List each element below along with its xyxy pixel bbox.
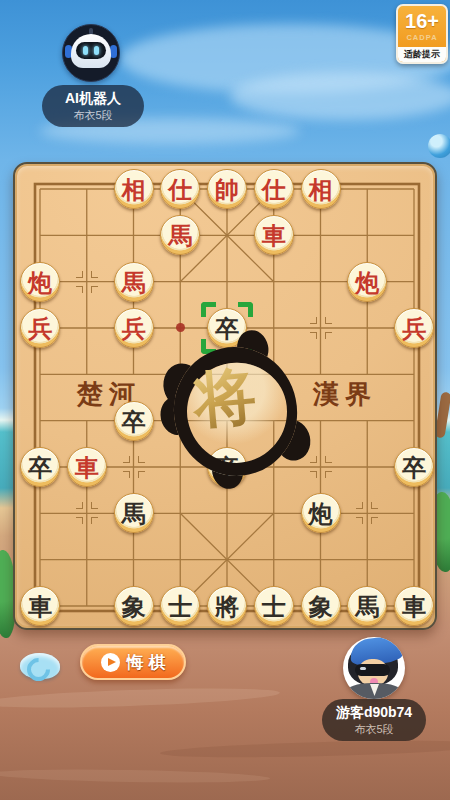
river-label-right: 漢界 bbox=[313, 377, 377, 412]
age-rating-org: CADPA bbox=[398, 33, 446, 43]
point-marker bbox=[356, 517, 363, 524]
point-marker bbox=[325, 317, 332, 324]
age-rating-value: 16+ bbox=[398, 9, 446, 33]
piece-red-兵-0-3[interactable]: 兵 bbox=[20, 308, 60, 348]
piece-black-馬-2-7[interactable]: 馬 bbox=[114, 493, 154, 533]
sand-streak bbox=[0, 685, 280, 711]
piece-black-將-4-9[interactable]: 將 bbox=[207, 586, 247, 626]
piece-red-馬-2-2[interactable]: 馬 bbox=[114, 262, 154, 302]
point-marker bbox=[325, 471, 332, 478]
ai-rank: 布衣5段 bbox=[42, 108, 144, 123]
point-marker bbox=[325, 332, 332, 339]
ai-name: AI机器人 bbox=[42, 88, 144, 108]
point-marker bbox=[91, 286, 98, 293]
piece-black-象-6-9[interactable]: 象 bbox=[301, 586, 341, 626]
point-marker bbox=[310, 317, 317, 324]
piece-black-車-0-9[interactable]: 車 bbox=[20, 586, 60, 626]
play-icon bbox=[101, 653, 120, 672]
last-move-brackets bbox=[201, 302, 253, 354]
age-rating-badge: 16+ CADPA 适龄提示 bbox=[396, 4, 448, 64]
age-rating-label: 适龄提示 bbox=[398, 47, 446, 62]
point-marker bbox=[356, 502, 363, 509]
player-name: 游客d90b74 bbox=[322, 702, 426, 722]
piece-red-車-1-6[interactable]: 車 bbox=[67, 447, 107, 487]
piece-red-兵-2-3[interactable]: 兵 bbox=[114, 308, 154, 348]
point-marker bbox=[91, 517, 98, 524]
piece-black-士-3-9[interactable]: 士 bbox=[160, 586, 200, 626]
bracket-corner bbox=[201, 302, 216, 317]
piece-black-卒-8-6[interactable]: 卒 bbox=[394, 447, 434, 487]
check-effect-character: 将 bbox=[171, 346, 279, 450]
piece-red-仕-5-0[interactable]: 仕 bbox=[254, 169, 294, 209]
piece-red-兵-8-3[interactable]: 兵 bbox=[394, 308, 434, 348]
ai-avatar[interactable] bbox=[62, 24, 120, 82]
point-marker bbox=[76, 502, 83, 509]
bracket-corner bbox=[238, 302, 253, 317]
point-marker bbox=[325, 456, 332, 463]
piece-black-車-8-9[interactable]: 車 bbox=[394, 586, 434, 626]
sky-cloud bbox=[230, 72, 450, 120]
piece-red-炮-0-2[interactable]: 炮 bbox=[20, 262, 60, 302]
beach-ball-icon bbox=[428, 134, 450, 158]
point-marker bbox=[371, 517, 378, 524]
point-marker bbox=[138, 471, 145, 478]
piece-red-車-5-1[interactable]: 車 bbox=[254, 215, 294, 255]
point-marker bbox=[76, 271, 83, 278]
back-button[interactable] bbox=[18, 648, 64, 686]
xiangqi-board[interactable]: 楚河 漢界 相仕帥仕相馬車炮馬炮兵兵兵車卒卒卒卒卒馬炮車象士將士象馬車 将 bbox=[13, 162, 437, 630]
player-name-pill: 游客d90b74 布衣5段 bbox=[322, 699, 426, 741]
player-rank: 布衣5段 bbox=[322, 722, 426, 737]
piece-black-炮-6-7[interactable]: 炮 bbox=[301, 493, 341, 533]
ai-name-pill: AI机器人 布衣5段 bbox=[42, 85, 144, 127]
piece-black-卒-2-5[interactable]: 卒 bbox=[114, 401, 154, 441]
point-marker bbox=[123, 456, 130, 463]
point-marker bbox=[310, 456, 317, 463]
point-marker bbox=[310, 332, 317, 339]
point-marker bbox=[76, 286, 83, 293]
point-marker bbox=[138, 456, 145, 463]
sand-streak bbox=[0, 768, 270, 785]
piece-black-卒-0-6[interactable]: 卒 bbox=[20, 447, 60, 487]
piece-red-相-6-0[interactable]: 相 bbox=[301, 169, 341, 209]
point-marker bbox=[371, 502, 378, 509]
point-marker bbox=[91, 502, 98, 509]
piece-red-相-2-0[interactable]: 相 bbox=[114, 169, 154, 209]
piece-red-炮-7-2[interactable]: 炮 bbox=[347, 262, 387, 302]
piece-red-帥-4-0[interactable]: 帥 bbox=[207, 169, 247, 209]
piece-black-士-5-9[interactable]: 士 bbox=[254, 586, 294, 626]
point-marker bbox=[76, 517, 83, 524]
point-marker bbox=[123, 471, 130, 478]
player-avatar[interactable] bbox=[343, 637, 405, 699]
game-screen: { "game": "xiangqi", "app": { "age_badge… bbox=[0, 0, 450, 800]
point-marker bbox=[91, 271, 98, 278]
piece-red-仕-3-0[interactable]: 仕 bbox=[160, 169, 200, 209]
undo-button-label: 悔棋 bbox=[127, 651, 171, 674]
sand-streak bbox=[160, 738, 450, 761]
point-marker bbox=[310, 471, 317, 478]
piece-black-象-2-9[interactable]: 象 bbox=[114, 586, 154, 626]
piece-black-馬-7-9[interactable]: 馬 bbox=[347, 586, 387, 626]
undo-button[interactable]: 悔棋 bbox=[80, 644, 186, 680]
